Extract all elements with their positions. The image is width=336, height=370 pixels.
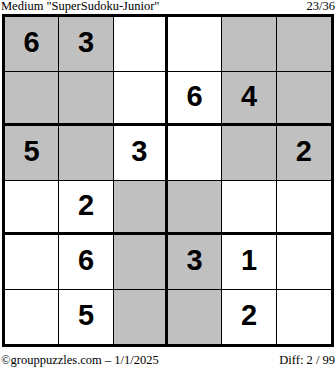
given-digit: 6 xyxy=(187,80,203,113)
given-digit: 1 xyxy=(241,244,257,277)
cell-r1c3[interactable] xyxy=(114,17,168,72)
cell-r4c5[interactable] xyxy=(222,181,276,236)
cell-r3c4[interactable] xyxy=(168,126,222,181)
cell-r2c2[interactable] xyxy=(59,72,113,127)
cell-r4c3[interactable] xyxy=(114,181,168,236)
cell-r5c1[interactable] xyxy=(5,235,59,290)
cell-r6c1[interactable] xyxy=(5,290,59,345)
cell-r4c2: 2 xyxy=(59,181,113,236)
cell-r1c6[interactable] xyxy=(277,17,331,72)
cell-r6c6[interactable] xyxy=(277,290,331,345)
cell-r6c3[interactable] xyxy=(114,290,168,345)
cell-r3c3: 3 xyxy=(114,126,168,181)
copyright-date: ©grouppuzzles.com – 1/1/2025 xyxy=(1,354,159,367)
puzzle-page: Medium "SuperSudoku-Junior" 23/36 636453… xyxy=(0,0,336,370)
footer: ©grouppuzzles.com – 1/1/2025 Diff: 2 / 9… xyxy=(1,354,335,367)
cell-r5c2: 6 xyxy=(59,235,113,290)
cell-r5c3[interactable] xyxy=(114,235,168,290)
cell-r1c5[interactable] xyxy=(222,17,276,72)
given-digit: 2 xyxy=(78,189,94,222)
cell-r1c2: 3 xyxy=(59,17,113,72)
header: Medium "SuperSudoku-Junior" 23/36 xyxy=(1,0,335,14)
cell-r5c5: 1 xyxy=(222,235,276,290)
sudoku-board: 6364532263152 xyxy=(2,14,334,347)
cell-r4c6[interactable] xyxy=(277,181,331,236)
cell-r6c5: 2 xyxy=(222,290,276,345)
cell-r2c4: 6 xyxy=(168,72,222,127)
given-digit: 5 xyxy=(24,135,40,168)
cell-r5c6[interactable] xyxy=(277,235,331,290)
cell-r2c1[interactable] xyxy=(5,72,59,127)
given-digit: 6 xyxy=(24,26,40,59)
given-digit: 4 xyxy=(241,80,257,113)
cell-r4c4[interactable] xyxy=(168,181,222,236)
given-digit: 5 xyxy=(78,299,94,332)
cell-r6c4[interactable] xyxy=(168,290,222,345)
cell-r5c4: 3 xyxy=(168,235,222,290)
cell-r3c5[interactable] xyxy=(222,126,276,181)
cell-r2c6[interactable] xyxy=(277,72,331,127)
given-digit: 3 xyxy=(187,244,203,277)
cell-r4c1[interactable] xyxy=(5,181,59,236)
cell-r1c4[interactable] xyxy=(168,17,222,72)
cell-r3c2[interactable] xyxy=(59,126,113,181)
cell-r2c3[interactable] xyxy=(114,72,168,127)
cell-r6c2: 5 xyxy=(59,290,113,345)
cell-r1c1: 6 xyxy=(5,17,59,72)
puzzle-title: Medium "SuperSudoku-Junior" xyxy=(1,0,159,13)
cell-r2c5: 4 xyxy=(222,72,276,127)
difficulty-label: Diff: 2 / 99 xyxy=(279,354,335,367)
given-digit: 3 xyxy=(78,26,94,59)
given-digit: 3 xyxy=(131,135,147,168)
given-digit: 6 xyxy=(78,244,94,277)
given-digit: 2 xyxy=(241,299,257,332)
cell-r3c6: 2 xyxy=(277,126,331,181)
given-digit: 2 xyxy=(296,135,312,168)
puzzle-counter: 23/36 xyxy=(307,0,335,13)
cell-r3c1: 5 xyxy=(5,126,59,181)
